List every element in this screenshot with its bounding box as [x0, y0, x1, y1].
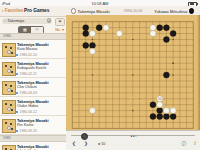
filter-icon: ⚑: [58, 19, 62, 24]
black-stone-N3: [150, 114, 156, 120]
white-stone-D17: [89, 31, 95, 37]
game-list[interactable]: 1980Takemiya MasakiKato Masao1980-01-10T…: [0, 33, 66, 150]
game-list-item[interactable]: Takemiya MasakiOtake Hideo1980-06-12: [0, 97, 66, 116]
white-stone-N18: [150, 25, 156, 31]
unread-dot: [16, 92, 18, 94]
player-white-label: Otake Hideo: [17, 104, 38, 108]
game-thumbnail: [2, 81, 16, 95]
clear-search-icon[interactable]: ✕: [47, 18, 51, 22]
search-icon: ⌕: [4, 18, 6, 23]
year-section-header: 1980: [0, 33, 66, 40]
black-stone-Q3: [170, 114, 176, 120]
white-stone-D4: [89, 108, 95, 114]
white-stone-D14: [89, 48, 95, 54]
sidebar: ‹ Favorites Pro Games ⌕Takemiya ✕ ⚑ ▦ ⚇ …: [0, 6, 67, 150]
segment-row: ▦ ⚇ No. ▾: [0, 25, 66, 33]
board-marker-dot: [172, 62, 174, 64]
app-screen: iPad 10:58 AM ‹ Favorites Pro Games ⌕Tak…: [0, 0, 200, 150]
next-move-button[interactable]: ❯: [84, 141, 88, 146]
white-stone-P4: [163, 108, 169, 114]
move-counter: ● 50: [98, 142, 105, 146]
black-stone-O4: [157, 108, 163, 114]
last-move-number: 50: [158, 97, 162, 101]
sort-button[interactable]: No. ▾: [55, 27, 64, 32]
game-thumbnail: [2, 119, 16, 133]
game-list-item[interactable]: Takemiya MasakiKobayashi Koichi1980-02-2…: [0, 59, 66, 78]
go-board[interactable]: 50ab: [66, 15, 200, 130]
black-stone-P10: [163, 72, 169, 78]
black-stone-Q17: [170, 31, 176, 37]
player-white-label: Rin Kaiho: [17, 123, 33, 127]
black-stone-C17: [83, 31, 89, 37]
search-value: Takemiya: [7, 18, 24, 23]
player-black-label: Takemiya Masaki: [17, 42, 49, 47]
white-stone-Q4: [170, 108, 176, 114]
playback-row: ❮ ❯ ● 50 ⓘ ⤴: [66, 139, 200, 150]
black-stone-icon: [189, 8, 194, 13]
game-thumbnail: [2, 145, 16, 150]
white-stone-F18: [103, 25, 109, 31]
info-icon[interactable]: ⓘ: [181, 141, 186, 146]
search-row: ⌕Takemiya ✕ ⚑: [0, 16, 66, 25]
player-white-label: Ishida Yoshio: [17, 149, 39, 150]
player-black-label: Takemiya Masaki: [17, 99, 49, 104]
black-stone-D15: [89, 42, 95, 48]
player-white-label: Kato Masao: [17, 47, 37, 51]
black-stone-O18: [157, 25, 163, 31]
player-white-label: Kobayashi Koichi: [17, 66, 46, 70]
search-input[interactable]: ⌕Takemiya ✕: [2, 18, 52, 24]
black-stone-C18: [83, 25, 89, 31]
game-thumbnail: [2, 43, 16, 57]
black-stone-O3: [157, 114, 163, 120]
black-stone-P18: [163, 25, 169, 31]
player-black-label: Takemiya Masaki: [17, 61, 49, 66]
unread-dot: [16, 73, 18, 75]
unread-dot: [16, 54, 18, 56]
player-black-label: Takemiya Masaki: [17, 144, 49, 149]
black-stone-P16: [163, 36, 169, 42]
year-section-header: 1981: [0, 135, 66, 142]
black-stone-C15: [83, 42, 89, 48]
white-stone-O5: [157, 102, 163, 108]
slider-stone-marks: ●●○: [131, 134, 138, 138]
game-date-label: 1980-06-12: [20, 110, 37, 114]
player-black-label: Takemiya Masaki: [17, 118, 49, 123]
white-stone-H17: [116, 31, 122, 37]
game-date-label: 1980-09-25: [20, 129, 37, 133]
game-date-label: 1980-01-10: [20, 53, 37, 57]
game-list-item[interactable]: Takemiya MasakiIshida Yoshio1981-01-15: [0, 142, 66, 150]
game-list-item[interactable]: Takemiya MasakiCho Chikun1980-04-03: [0, 78, 66, 97]
black-player-name: Yukawa Mitsuhisa: [154, 8, 194, 14]
back-button[interactable]: ‹ Favorites: [2, 8, 23, 13]
game-date-label: 1980-04-03: [20, 91, 37, 95]
game-list-item[interactable]: Takemiya MasakiKato Masao1980-01-10: [0, 40, 66, 59]
previous-move-button[interactable]: ❮: [72, 141, 76, 146]
board-edge-shadow: [197, 15, 200, 130]
game-thumbnail: [2, 62, 16, 76]
unread-dot: [16, 111, 18, 113]
board-toolbar: ●●○ ❮ ❯ ● 50 ⓘ ⤴: [66, 130, 200, 150]
black-stone-N5: [150, 102, 156, 108]
player-black-label: Takemiya Masaki: [17, 80, 49, 85]
game-thumbnail: [2, 100, 16, 114]
share-icon[interactable]: ⤴: [194, 141, 196, 146]
go-board-grid: 50ab: [66, 15, 200, 130]
black-stone-P3: [163, 114, 169, 120]
move-slider-row: ●●○: [66, 131, 200, 139]
game-date-label: 1980-02-21: [20, 72, 37, 76]
segment-players-icon[interactable]: ⚇: [31, 27, 43, 33]
segment-games-icon[interactable]: ▦: [19, 27, 31, 33]
black-stone-E18: [96, 25, 102, 31]
unread-dot: [16, 130, 18, 132]
white-stone-N17: [150, 31, 156, 37]
sidebar-title: Pro Games: [24, 8, 49, 13]
player-white-label: Cho Chikun: [17, 85, 37, 89]
game-list-item[interactable]: Takemiya MasakiRin Kaiho1980-09-25: [0, 116, 66, 135]
